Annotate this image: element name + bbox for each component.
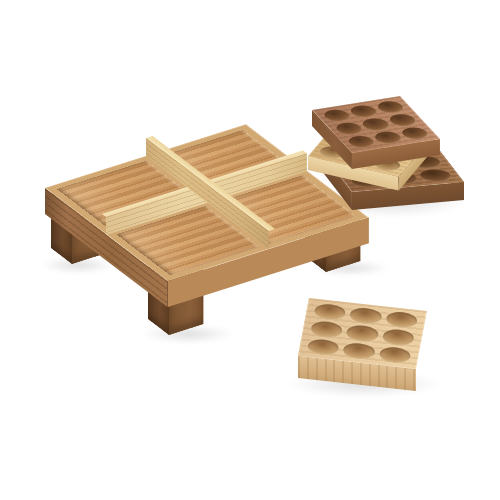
- stack-top-hole-r2c3[interactable]: [386, 113, 419, 128]
- loose-board-hole-r3c3[interactable]: [378, 346, 412, 365]
- stack-top-hole-r3c2[interactable]: [371, 130, 404, 145]
- stack-top-hole-r1c3[interactable]: [374, 100, 407, 115]
- stack-top-hole-r1c2[interactable]: [347, 104, 380, 119]
- loose-board-hole-r3c1[interactable]: [307, 338, 341, 357]
- product-photo-scene: [0, 0, 500, 500]
- loose-board-hole-r1c3[interactable]: [385, 311, 419, 330]
- loose-board-hole-r1c1[interactable]: [313, 303, 347, 322]
- stack-top-hole-r1c1[interactable]: [321, 108, 354, 123]
- stack-top-hole-r2c2[interactable]: [359, 117, 392, 132]
- stack-top-hole-r3c1[interactable]: [345, 134, 378, 149]
- loose-board-hole-r1c2[interactable]: [349, 307, 383, 326]
- stack-top-hole-r3c3[interactable]: [398, 126, 431, 141]
- loose-board-hole-r2c2[interactable]: [346, 324, 380, 343]
- stack-top-hole-r2c1[interactable]: [333, 121, 366, 136]
- loose-board-hole-r3c2[interactable]: [342, 342, 376, 361]
- loose-board-hole-r2c3[interactable]: [381, 328, 415, 347]
- loose-board-hole-r2c1[interactable]: [310, 320, 344, 339]
- stack-bottom-hole-r3c3[interactable]: [416, 168, 454, 182]
